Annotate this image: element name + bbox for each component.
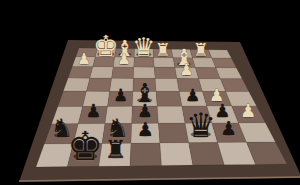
piece-black-king-g8[interactable]: ♚ — [67, 123, 103, 169]
piece-white-pawn-h2[interactable]: ♟ — [77, 50, 90, 68]
piece-black-pawn-f5[interactable]: ♟ — [113, 85, 128, 105]
chessboard: ♚♛♝♜♜♝♟♟♟♟♝♟♟♟♟♟♟♛♞♞♟♟♚♜ — [0, 0, 300, 185]
piece-white-pawn-f2[interactable]: ♟ — [117, 50, 130, 68]
square-d6[interactable] — [157, 106, 185, 123]
square-d4[interactable] — [155, 79, 179, 92]
piece-black-pawn-b7[interactable]: ♟ — [220, 117, 237, 140]
square-d5[interactable] — [156, 91, 182, 106]
square-g3[interactable] — [90, 67, 113, 79]
square-e8[interactable] — [130, 143, 161, 166]
piece-white-rook-b1[interactable]: ♜ — [193, 39, 209, 60]
square-d7[interactable] — [158, 123, 188, 143]
piece-white-rook-d1[interactable]: ♜ — [155, 39, 171, 60]
photo-background: ♚♛♝♜♜♝♟♟♟♟♝♟♟♟♟♟♟♛♞♞♟♟♚♜ — [0, 0, 300, 185]
piece-white-pawn-a6[interactable]: ♟ — [240, 100, 256, 121]
square-d8[interactable] — [160, 143, 193, 166]
piece-black-queen-c7[interactable]: ♛ — [186, 106, 216, 145]
piece-black-pawn-e7[interactable]: ♟ — [137, 118, 154, 141]
piece-black-pawn-g6[interactable]: ♟ — [85, 100, 101, 121]
square-f3[interactable] — [112, 67, 134, 78]
square-h3[interactable] — [68, 67, 93, 79]
piece-white-queen-e1[interactable]: ♛ — [132, 32, 155, 62]
square-e3[interactable] — [133, 67, 155, 78]
piece-black-pawn-c5[interactable]: ♟ — [185, 85, 200, 105]
piece-white-pawn-c3[interactable]: ♟ — [180, 61, 194, 79]
square-h4[interactable] — [63, 78, 90, 91]
square-g4[interactable] — [87, 78, 112, 91]
piece-black-rook-f8[interactable]: ♜ — [104, 135, 127, 164]
